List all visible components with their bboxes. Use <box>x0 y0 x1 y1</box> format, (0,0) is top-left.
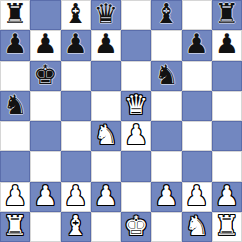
white-pawn[interactable]: ♟ <box>33 182 57 211</box>
square-g4[interactable] <box>182 121 212 151</box>
square-f3[interactable] <box>151 151 181 181</box>
black-knight[interactable]: ♞ <box>154 61 178 90</box>
square-f2[interactable]: ♟ <box>151 182 181 212</box>
square-g3[interactable] <box>182 151 212 181</box>
white-pawn[interactable]: ♟ <box>124 121 148 150</box>
square-a5[interactable]: ♞ <box>0 91 30 121</box>
square-e2[interactable] <box>121 182 151 212</box>
black-rook[interactable]: ♜ <box>215 0 239 29</box>
square-d7[interactable]: ♟ <box>91 30 121 60</box>
black-pawn[interactable]: ♟ <box>33 30 57 59</box>
white-queen[interactable]: ♛ <box>124 91 148 120</box>
square-c8[interactable]: ♝ <box>61 0 91 30</box>
square-e5[interactable]: ♛ <box>121 91 151 121</box>
black-queen[interactable]: ♛ <box>94 0 118 29</box>
square-a4[interactable] <box>0 121 30 151</box>
square-a8[interactable]: ♜ <box>0 0 30 30</box>
black-king[interactable]: ♚ <box>33 61 57 90</box>
square-g2[interactable]: ♟ <box>182 182 212 212</box>
white-knight[interactable]: ♞ <box>185 212 209 241</box>
black-pawn[interactable]: ♟ <box>94 30 118 59</box>
square-f4[interactable] <box>151 121 181 151</box>
black-bishop[interactable]: ♝ <box>154 0 178 29</box>
square-g5[interactable] <box>182 91 212 121</box>
square-d5[interactable] <box>91 91 121 121</box>
square-h5[interactable] <box>212 91 242 121</box>
square-h7[interactable]: ♟ <box>212 30 242 60</box>
square-c1[interactable]: ♝ <box>61 212 91 242</box>
square-d1[interactable] <box>91 212 121 242</box>
square-f6[interactable]: ♞ <box>151 61 181 91</box>
square-c7[interactable]: ♟ <box>61 30 91 60</box>
square-e1[interactable]: ♚ <box>121 212 151 242</box>
square-d8[interactable]: ♛ <box>91 0 121 30</box>
square-d3[interactable] <box>91 151 121 181</box>
white-bishop[interactable]: ♝ <box>64 212 88 241</box>
square-b6[interactable]: ♚ <box>30 61 60 91</box>
square-h3[interactable] <box>212 151 242 181</box>
square-e3[interactable] <box>121 151 151 181</box>
black-rook[interactable]: ♜ <box>3 0 27 29</box>
white-pawn[interactable]: ♟ <box>215 182 239 211</box>
square-b5[interactable] <box>30 91 60 121</box>
white-pawn[interactable]: ♟ <box>154 182 178 211</box>
square-a6[interactable] <box>0 61 30 91</box>
square-b1[interactable] <box>30 212 60 242</box>
square-a3[interactable] <box>0 151 30 181</box>
square-b7[interactable]: ♟ <box>30 30 60 60</box>
square-e8[interactable] <box>121 0 151 30</box>
square-c4[interactable] <box>61 121 91 151</box>
square-f8[interactable]: ♝ <box>151 0 181 30</box>
square-c6[interactable] <box>61 61 91 91</box>
black-pawn[interactable]: ♟ <box>3 30 27 59</box>
white-rook[interactable]: ♜ <box>215 212 239 241</box>
black-bishop[interactable]: ♝ <box>64 0 88 29</box>
white-pawn[interactable]: ♟ <box>94 182 118 211</box>
square-a2[interactable]: ♟ <box>0 182 30 212</box>
white-knight[interactable]: ♞ <box>94 121 118 150</box>
white-pawn[interactable]: ♟ <box>64 182 88 211</box>
square-h2[interactable]: ♟ <box>212 182 242 212</box>
black-pawn[interactable]: ♟ <box>185 30 209 59</box>
square-h6[interactable] <box>212 61 242 91</box>
square-h8[interactable]: ♜ <box>212 0 242 30</box>
black-pawn[interactable]: ♟ <box>64 30 88 59</box>
square-b2[interactable]: ♟ <box>30 182 60 212</box>
chess-board: ♜♝♛♝♜♟♟♟♟♟♟♚♞♞♛♞♟♟♟♟♟♟♟♟♜♝♚♞♜ <box>0 0 242 242</box>
square-g8[interactable] <box>182 0 212 30</box>
square-a1[interactable]: ♜ <box>0 212 30 242</box>
square-e7[interactable] <box>121 30 151 60</box>
square-b3[interactable] <box>30 151 60 181</box>
square-a7[interactable]: ♟ <box>0 30 30 60</box>
square-h4[interactable] <box>212 121 242 151</box>
square-d2[interactable]: ♟ <box>91 182 121 212</box>
square-b4[interactable] <box>30 121 60 151</box>
square-g1[interactable]: ♞ <box>182 212 212 242</box>
square-c3[interactable] <box>61 151 91 181</box>
black-pawn[interactable]: ♟ <box>215 30 239 59</box>
square-d4[interactable]: ♞ <box>91 121 121 151</box>
square-b8[interactable] <box>30 0 60 30</box>
white-pawn[interactable]: ♟ <box>3 182 27 211</box>
square-g6[interactable] <box>182 61 212 91</box>
square-c5[interactable] <box>61 91 91 121</box>
square-h1[interactable]: ♜ <box>212 212 242 242</box>
square-e6[interactable] <box>121 61 151 91</box>
white-king[interactable]: ♚ <box>124 212 148 241</box>
black-knight[interactable]: ♞ <box>3 91 27 120</box>
square-f5[interactable] <box>151 91 181 121</box>
square-f1[interactable] <box>151 212 181 242</box>
square-f7[interactable] <box>151 30 181 60</box>
square-e4[interactable]: ♟ <box>121 121 151 151</box>
square-d6[interactable] <box>91 61 121 91</box>
square-c2[interactable]: ♟ <box>61 182 91 212</box>
white-rook[interactable]: ♜ <box>3 212 27 241</box>
white-pawn[interactable]: ♟ <box>185 182 209 211</box>
square-g7[interactable]: ♟ <box>182 30 212 60</box>
